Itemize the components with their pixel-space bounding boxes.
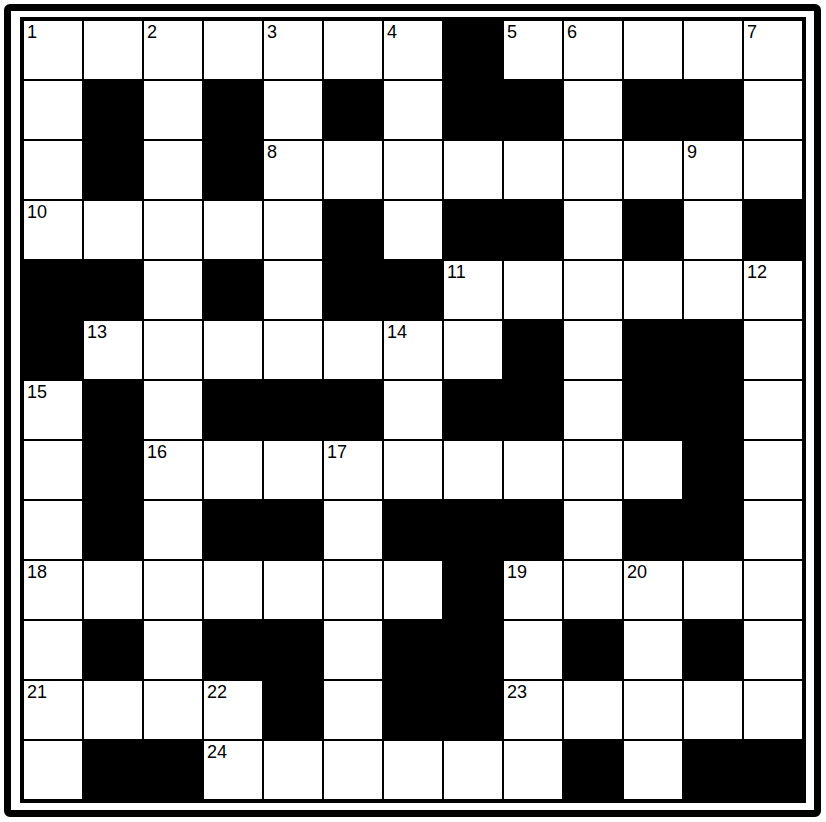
block-cell-r13c13 — [743, 740, 803, 800]
cell-r1c10[interactable]: 6 — [563, 20, 623, 80]
cell-r8c13[interactable] — [743, 440, 803, 500]
clue-number-6: 6 — [567, 21, 577, 43]
clue-number-23: 23 — [507, 681, 527, 703]
cell-r11c1[interactable] — [23, 620, 83, 680]
cell-r13c8[interactable] — [443, 740, 503, 800]
block-cell-r2c9 — [503, 80, 563, 140]
block-cell-r8c2 — [83, 440, 143, 500]
cell-r3c8[interactable] — [443, 140, 503, 200]
cell-r2c1[interactable] — [23, 80, 83, 140]
clue-number-12: 12 — [747, 261, 767, 283]
cell-r4c7[interactable] — [383, 200, 443, 260]
cell-r10c10[interactable] — [563, 560, 623, 620]
cell-r11c9[interactable] — [503, 620, 563, 680]
cell-r3c11[interactable] — [623, 140, 683, 200]
cell-r2c13[interactable] — [743, 80, 803, 140]
cell-r3c12[interactable]: 9 — [683, 140, 743, 200]
clue-number-21: 21 — [27, 681, 47, 703]
cell-r10c4[interactable] — [203, 560, 263, 620]
block-cell-r4c6 — [323, 200, 383, 260]
block-cell-r6c12 — [683, 320, 743, 380]
block-cell-r2c8 — [443, 80, 503, 140]
block-cell-r9c7 — [383, 500, 443, 560]
block-cell-r11c5 — [263, 620, 323, 680]
clue-number-8: 8 — [267, 141, 277, 163]
cell-r4c12[interactable] — [683, 200, 743, 260]
cell-r10c1[interactable]: 18 — [23, 560, 83, 620]
cell-r6c5[interactable] — [263, 320, 323, 380]
cell-r6c13[interactable] — [743, 320, 803, 380]
cell-r4c1[interactable]: 10 — [23, 200, 83, 260]
cell-r10c13[interactable] — [743, 560, 803, 620]
clue-number-18: 18 — [27, 561, 47, 583]
block-cell-r2c6 — [323, 80, 383, 140]
cell-r9c13[interactable] — [743, 500, 803, 560]
cell-r8c8[interactable] — [443, 440, 503, 500]
cell-r1c2[interactable] — [83, 20, 143, 80]
block-cell-r7c9 — [503, 380, 563, 440]
block-cell-r4c8 — [443, 200, 503, 260]
block-cell-r2c4 — [203, 80, 263, 140]
cell-r12c1[interactable]: 21 — [23, 680, 83, 740]
cell-r7c7[interactable] — [383, 380, 443, 440]
cell-r8c5[interactable] — [263, 440, 323, 500]
clue-number-16: 16 — [147, 441, 167, 463]
cell-r1c1[interactable]: 1 — [23, 20, 83, 80]
cell-r4c2[interactable] — [83, 200, 143, 260]
block-cell-r7c11 — [623, 380, 683, 440]
cell-r11c6[interactable] — [323, 620, 383, 680]
cell-r13c11[interactable] — [623, 740, 683, 800]
cell-r5c10[interactable] — [563, 260, 623, 320]
block-cell-r12c8 — [443, 680, 503, 740]
block-cell-r13c10 — [563, 740, 623, 800]
cell-r1c12[interactable] — [683, 20, 743, 80]
cell-r3c5[interactable]: 8 — [263, 140, 323, 200]
cell-r12c4[interactable]: 22 — [203, 680, 263, 740]
block-cell-r4c11 — [623, 200, 683, 260]
cell-r12c6[interactable] — [323, 680, 383, 740]
block-cell-r11c12 — [683, 620, 743, 680]
outer-frame: 123456789101112131415161718192021222324 — [4, 4, 821, 817]
cell-r4c10[interactable] — [563, 200, 623, 260]
cell-r1c13[interactable]: 7 — [743, 20, 803, 80]
cell-r10c12[interactable] — [683, 560, 743, 620]
block-cell-r5c1 — [23, 260, 83, 320]
cell-r12c12[interactable] — [683, 680, 743, 740]
block-cell-r10c8 — [443, 560, 503, 620]
cell-r10c7[interactable] — [383, 560, 443, 620]
block-cell-r7c6 — [323, 380, 383, 440]
block-cell-r12c5 — [263, 680, 323, 740]
block-cell-r13c2 — [83, 740, 143, 800]
cell-r6c8[interactable] — [443, 320, 503, 380]
block-cell-r2c2 — [83, 80, 143, 140]
block-cell-r9c8 — [443, 500, 503, 560]
cell-r8c4[interactable] — [203, 440, 263, 500]
cell-r3c1[interactable] — [23, 140, 83, 200]
block-cell-r5c4 — [203, 260, 263, 320]
cell-r13c6[interactable] — [323, 740, 383, 800]
cell-r13c9[interactable] — [503, 740, 563, 800]
block-cell-r7c4 — [203, 380, 263, 440]
cell-r12c10[interactable] — [563, 680, 623, 740]
cell-r12c13[interactable] — [743, 680, 803, 740]
cell-r6c10[interactable] — [563, 320, 623, 380]
crossword-page: 123456789101112131415161718192021222324 — [0, 0, 826, 822]
cell-r2c7[interactable] — [383, 80, 443, 140]
cell-r4c5[interactable] — [263, 200, 323, 260]
cell-r4c4[interactable] — [203, 200, 263, 260]
cell-r8c11[interactable] — [623, 440, 683, 500]
cell-r9c6[interactable] — [323, 500, 383, 560]
cell-r6c7[interactable]: 14 — [383, 320, 443, 380]
clue-number-4: 4 — [387, 21, 397, 43]
cell-r10c5[interactable] — [263, 560, 323, 620]
block-cell-r9c2 — [83, 500, 143, 560]
cell-r1c11[interactable] — [623, 20, 683, 80]
cell-r3c9[interactable] — [503, 140, 563, 200]
cell-r9c1[interactable] — [23, 500, 83, 560]
block-cell-r7c8 — [443, 380, 503, 440]
cell-r12c9[interactable]: 23 — [503, 680, 563, 740]
cell-r5c12[interactable] — [683, 260, 743, 320]
cell-r8c10[interactable] — [563, 440, 623, 500]
block-cell-r2c12 — [683, 80, 743, 140]
cell-r2c5[interactable] — [263, 80, 323, 140]
cell-r3c3[interactable] — [143, 140, 203, 200]
clue-number-17: 17 — [327, 441, 347, 463]
cell-r5c3[interactable] — [143, 260, 203, 320]
block-cell-r6c9 — [503, 320, 563, 380]
block-cell-r11c7 — [383, 620, 443, 680]
cell-r1c3[interactable]: 2 — [143, 20, 203, 80]
cell-r1c9[interactable]: 5 — [503, 20, 563, 80]
block-cell-r12c7 — [383, 680, 443, 740]
block-cell-r11c4 — [203, 620, 263, 680]
cell-r7c1[interactable]: 15 — [23, 380, 83, 440]
cell-r6c3[interactable] — [143, 320, 203, 380]
cell-r1c4[interactable] — [203, 20, 263, 80]
block-cell-r3c2 — [83, 140, 143, 200]
cell-r1c6[interactable] — [323, 20, 383, 80]
block-cell-r7c2 — [83, 380, 143, 440]
cell-r8c3[interactable]: 16 — [143, 440, 203, 500]
block-cell-r5c7 — [383, 260, 443, 320]
block-cell-r9c12 — [683, 500, 743, 560]
clue-number-10: 10 — [27, 201, 47, 223]
cell-r10c6[interactable] — [323, 560, 383, 620]
cell-r8c6[interactable]: 17 — [323, 440, 383, 500]
clue-number-19: 19 — [507, 561, 527, 583]
clue-number-22: 22 — [207, 681, 227, 703]
block-cell-r6c11 — [623, 320, 683, 380]
cell-r3c10[interactable] — [563, 140, 623, 200]
block-cell-r9c11 — [623, 500, 683, 560]
cell-r1c7[interactable]: 4 — [383, 20, 443, 80]
clue-number-11: 11 — [447, 261, 466, 283]
cell-r3c7[interactable] — [383, 140, 443, 200]
block-cell-r8c12 — [683, 440, 743, 500]
cell-r8c9[interactable] — [503, 440, 563, 500]
cell-r7c3[interactable] — [143, 380, 203, 440]
cell-r13c7[interactable] — [383, 740, 443, 800]
clue-number-3: 3 — [267, 21, 277, 43]
block-cell-r11c8 — [443, 620, 503, 680]
clue-number-14: 14 — [387, 321, 407, 343]
cell-r5c9[interactable] — [503, 260, 563, 320]
cell-r4c3[interactable] — [143, 200, 203, 260]
clue-number-7: 7 — [747, 21, 757, 43]
cell-r1c5[interactable]: 3 — [263, 20, 323, 80]
cell-r2c10[interactable] — [563, 80, 623, 140]
cell-r11c3[interactable] — [143, 620, 203, 680]
cell-r8c1[interactable] — [23, 440, 83, 500]
cell-r5c11[interactable] — [623, 260, 683, 320]
block-cell-r3c4 — [203, 140, 263, 200]
cell-r7c10[interactable] — [563, 380, 623, 440]
cell-r8c7[interactable] — [383, 440, 443, 500]
cell-r13c4[interactable]: 24 — [203, 740, 263, 800]
cell-r6c2[interactable]: 13 — [83, 320, 143, 380]
cell-r6c6[interactable] — [323, 320, 383, 380]
block-cell-r5c2 — [83, 260, 143, 320]
block-cell-r9c4 — [203, 500, 263, 560]
block-cell-r7c5 — [263, 380, 323, 440]
cell-r5c8[interactable]: 11 — [443, 260, 503, 320]
block-cell-r11c10 — [563, 620, 623, 680]
block-cell-r13c12 — [683, 740, 743, 800]
cell-r5c13[interactable]: 12 — [743, 260, 803, 320]
cell-r10c9[interactable]: 19 — [503, 560, 563, 620]
block-cell-r1c8 — [443, 20, 503, 80]
cell-r11c13[interactable] — [743, 620, 803, 680]
cell-r13c1[interactable] — [23, 740, 83, 800]
block-cell-r9c9 — [503, 500, 563, 560]
block-cell-r4c9 — [503, 200, 563, 260]
cell-r9c3[interactable] — [143, 500, 203, 560]
clue-number-9: 9 — [687, 141, 697, 163]
cell-r2c3[interactable] — [143, 80, 203, 140]
cell-r13c5[interactable] — [263, 740, 323, 800]
clue-number-13: 13 — [87, 321, 107, 343]
cell-r3c13[interactable] — [743, 140, 803, 200]
cell-r12c3[interactable] — [143, 680, 203, 740]
clue-number-20: 20 — [627, 561, 647, 583]
block-cell-r13c3 — [143, 740, 203, 800]
cell-r3c6[interactable] — [323, 140, 383, 200]
cell-r12c2[interactable] — [83, 680, 143, 740]
cell-r5c5[interactable] — [263, 260, 323, 320]
block-cell-r4c13 — [743, 200, 803, 260]
cell-r11c11[interactable] — [623, 620, 683, 680]
crossword-grid: 123456789101112131415161718192021222324 — [20, 17, 806, 803]
clue-number-15: 15 — [27, 381, 47, 403]
cell-r7c13[interactable] — [743, 380, 803, 440]
block-cell-r6c1 — [23, 320, 83, 380]
block-cell-r7c12 — [683, 380, 743, 440]
cell-r10c3[interactable] — [143, 560, 203, 620]
cell-r9c10[interactable] — [563, 500, 623, 560]
block-cell-r11c2 — [83, 620, 143, 680]
clue-number-1: 1 — [27, 21, 37, 43]
clue-number-5: 5 — [507, 21, 517, 43]
block-cell-r2c11 — [623, 80, 683, 140]
clue-number-24: 24 — [207, 741, 227, 763]
block-cell-r5c6 — [323, 260, 383, 320]
cell-r12c11[interactable] — [623, 680, 683, 740]
cell-r10c2[interactable] — [83, 560, 143, 620]
cell-r6c4[interactable] — [203, 320, 263, 380]
clue-number-2: 2 — [147, 21, 157, 43]
block-cell-r9c5 — [263, 500, 323, 560]
cell-r10c11[interactable]: 20 — [623, 560, 683, 620]
